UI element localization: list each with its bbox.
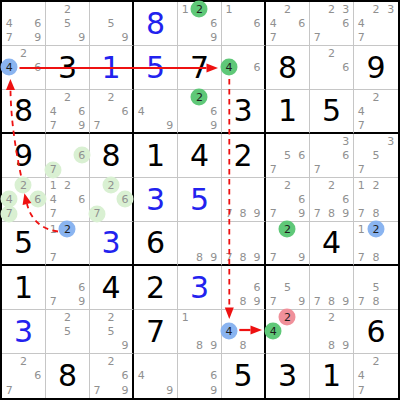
cell-r3c6[interactable]: 3 — [222, 90, 266, 134]
candidate-5-r7c9[interactable]: 5 — [369, 280, 384, 294]
cell-r9c2[interactable]: 8 — [46, 354, 90, 398]
candidate-1-r8c5[interactable]: 1 — [178, 310, 192, 324]
candidate-5-r1c2[interactable]: 5 — [60, 16, 74, 30]
candidates-r5c9: 1278 — [354, 178, 398, 221]
candidate-9-r9c5[interactable]: 9 — [207, 383, 221, 398]
candidate-7-r3c2[interactable]: 7 — [46, 118, 60, 132]
candidate-9-r3c4[interactable]: 9 — [163, 118, 177, 132]
candidate-6-r2c1[interactable]: 6 — [31, 60, 45, 74]
candidate-2-r9c9[interactable]: 2 — [369, 354, 384, 369]
cell-r3c4[interactable]: 49 — [134, 90, 178, 134]
candidates-r1c8: 2367 — [310, 2, 353, 45]
cell-r4c9[interactable]: 357 — [354, 134, 398, 178]
candidate-9-r8c3[interactable]: 9 — [118, 339, 132, 353]
cell-r8c7[interactable]: 24 — [266, 310, 310, 354]
cell-r8c3[interactable]: 259 — [90, 310, 134, 354]
candidates-r6c9: 1278 — [354, 222, 398, 264]
cell-r3c3[interactable]: 267 — [90, 90, 134, 134]
candidate-7-r5c6[interactable]: 7 — [222, 207, 236, 221]
candidate-2-r5c7[interactable]: 2 — [280, 178, 294, 192]
candidate-2-r6c2[interactable]: 2 — [60, 222, 74, 236]
candidate-8-r6c9[interactable]: 8 — [369, 250, 384, 264]
candidate-6-r4c8[interactable]: 6 — [339, 148, 353, 162]
candidate-digit: 2 — [108, 92, 115, 103]
candidate-8-r5c6[interactable]: 8 — [236, 207, 250, 221]
candidate-2-r3c3[interactable]: 2 — [104, 90, 118, 104]
candidate-2-r8c3[interactable]: 2 — [104, 310, 118, 324]
cell-r1c5[interactable]: 1269 — [178, 2, 222, 46]
candidate-9-r9c4[interactable]: 9 — [163, 383, 177, 398]
candidate-4-r1c1[interactable]: 4 — [2, 16, 16, 30]
candidate-digit: 9 — [210, 385, 217, 396]
candidate-6-r2c8[interactable]: 6 — [339, 60, 353, 74]
cell-r7c6[interactable]: 689 — [222, 266, 266, 310]
candidate-digit: 4 — [270, 326, 277, 337]
candidate-digit: 9 — [210, 340, 217, 351]
cell-r1c6[interactable]: 16 — [222, 2, 266, 46]
candidate-digit: 4 — [138, 106, 145, 117]
candidate-3-r1c8[interactable]: 3 — [339, 2, 353, 16]
candidate-2-r1c7[interactable]: 2 — [280, 2, 294, 16]
candidate-2-r2c8[interactable]: 2 — [324, 46, 338, 60]
candidate-6-r4c7[interactable]: 6 — [295, 148, 309, 162]
candidate-9-r5c7[interactable]: 9 — [295, 207, 309, 221]
cell-r9c1[interactable]: 267 — [2, 354, 46, 398]
candidates-r5c1: 2467 — [2, 178, 45, 221]
candidate-6-r1c5[interactable]: 6 — [207, 16, 221, 30]
candidate-8-r5c9[interactable]: 8 — [369, 207, 384, 221]
candidate-digit: 6 — [298, 194, 305, 205]
candidate-4-r2c1[interactable]: 4 — [2, 60, 16, 74]
cell-r2c7[interactable]: 8 — [266, 46, 310, 90]
cell-r8c9[interactable]: 6 — [354, 310, 398, 354]
cell-r6c2[interactable]: 127 — [46, 222, 90, 266]
candidate-4-r5c1[interactable]: 4 — [2, 192, 16, 206]
cell-r3c8[interactable]: 5 — [310, 90, 354, 134]
cell-r9c5[interactable]: 69 — [178, 354, 222, 398]
candidate-digit: 2 — [284, 4, 291, 15]
candidate-2-r8c8[interactable]: 2 — [324, 310, 338, 324]
candidate-2-r5c8[interactable]: 2 — [324, 178, 338, 192]
candidate-digit: 4 — [6, 18, 13, 29]
candidate-9-r7c2[interactable]: 9 — [75, 295, 89, 309]
cell-r7c3[interactable]: 4 — [90, 266, 134, 310]
candidate-8-r8c5[interactable]: 8 — [192, 339, 206, 353]
candidate-7-r5c3[interactable]: 7 — [90, 207, 104, 221]
candidate-7-r1c9[interactable]: 7 — [354, 31, 369, 45]
cell-r5c8[interactable]: 26789 — [310, 178, 354, 222]
candidate-7-r5c8[interactable]: 7 — [310, 207, 324, 221]
cell-r6c7[interactable]: 279 — [266, 222, 310, 266]
candidates-r3c2: 24679 — [46, 90, 89, 132]
given-digit-r9c8: 1 — [322, 361, 341, 391]
candidates-r4c9: 357 — [354, 134, 398, 177]
candidate-2-r8c2[interactable]: 2 — [60, 310, 74, 324]
candidate-1-r6c9[interactable]: 1 — [354, 222, 369, 236]
candidate-7-r1c7[interactable]: 7 — [266, 31, 280, 45]
candidate-7-r6c2[interactable]: 7 — [46, 250, 60, 264]
candidate-4-r1c9[interactable]: 4 — [354, 16, 369, 30]
candidate-4-r1c7[interactable]: 4 — [266, 16, 280, 30]
candidate-digit: 8 — [240, 340, 247, 351]
candidate-digit: 7 — [50, 164, 57, 175]
candidate-2-r1c2[interactable]: 2 — [60, 2, 74, 16]
candidate-7-r5c9[interactable]: 7 — [354, 207, 369, 221]
candidate-digit: 8 — [196, 340, 203, 351]
candidate-digit: 6 — [122, 194, 129, 205]
candidate-2-r3c2[interactable]: 2 — [60, 90, 74, 104]
candidate-7-r7c8[interactable]: 7 — [310, 295, 324, 309]
candidate-5-r8c3[interactable]: 5 — [104, 324, 118, 338]
candidate-6-r1c8[interactable]: 6 — [339, 16, 353, 30]
candidate-6-r5c2[interactable]: 6 — [75, 192, 89, 206]
cell-r7c2[interactable]: 679 — [46, 266, 90, 310]
candidate-6-r9c5[interactable]: 6 — [207, 369, 221, 384]
candidates-r1c1: 4679 — [2, 2, 45, 45]
candidate-digit: 1 — [358, 224, 365, 235]
candidate-digit: 6 — [122, 106, 129, 117]
candidate-digit: 9 — [298, 296, 305, 307]
cell-r5c4[interactable]: 3 — [134, 178, 178, 222]
candidate-7-r6c6[interactable]: 7 — [222, 250, 236, 264]
cell-r6c5[interactable]: 89 — [178, 222, 222, 266]
cell-r7c7[interactable]: 579 — [266, 266, 310, 310]
cell-r6c4[interactable]: 6 — [134, 222, 178, 266]
cell-r9c4[interactable]: 49 — [134, 354, 178, 398]
candidate-2-r5c3[interactable]: 2 — [104, 178, 118, 192]
entered-digit-r5c4: 3 — [146, 185, 165, 215]
candidate-7-r1c1[interactable]: 7 — [2, 31, 16, 45]
candidates-r8c2: 25 — [46, 310, 89, 353]
candidate-6-r3c5[interactable]: 6 — [207, 104, 221, 118]
candidate-8-r7c9[interactable]: 8 — [369, 295, 384, 309]
cell-r1c7[interactable]: 2467 — [266, 2, 310, 46]
candidate-4-r9c4[interactable]: 4 — [134, 369, 148, 384]
candidate-7-r4c7[interactable]: 7 — [266, 163, 280, 177]
candidate-digit: 9 — [210, 32, 217, 43]
cell-r5c7[interactable]: 2679 — [266, 178, 310, 222]
candidate-8-r8c6[interactable]: 8 — [236, 339, 250, 353]
candidate-digit: 7 — [50, 120, 57, 131]
cell-r2c8[interactable]: 26 — [310, 46, 354, 90]
candidates-r3c4: 49 — [134, 90, 177, 132]
given-digit-r4c3: 8 — [101, 141, 120, 171]
cell-r6c9[interactable]: 1278 — [354, 222, 398, 266]
cell-r3c9[interactable]: 247 — [354, 90, 398, 134]
candidate-3-r4c9[interactable]: 3 — [383, 134, 398, 148]
candidate-1-r1c6[interactable]: 1 — [222, 2, 236, 16]
candidate-digit: 7 — [314, 208, 321, 219]
candidate-9-r1c5[interactable]: 9 — [207, 31, 221, 45]
cell-r2c3[interactable]: 1 — [90, 46, 134, 90]
candidate-5-r1c3[interactable]: 5 — [104, 16, 118, 30]
candidate-7-r7c2[interactable]: 7 — [46, 295, 60, 309]
cell-r9c8[interactable]: 1 — [310, 354, 354, 398]
candidate-digit: 7 — [94, 385, 101, 396]
cell-r6c1[interactable]: 5 — [2, 222, 46, 266]
cell-r8c8[interactable]: 289 — [310, 310, 354, 354]
cell-r8c2[interactable]: 25 — [46, 310, 90, 354]
cell-r5c3[interactable]: 267 — [90, 178, 134, 222]
candidate-7-r3c3[interactable]: 7 — [90, 118, 104, 132]
cell-r4c3[interactable]: 8 — [90, 134, 134, 178]
candidate-4-r3c4[interactable]: 4 — [134, 104, 148, 118]
candidate-7-r6c9[interactable]: 7 — [354, 250, 369, 264]
candidate-digit: 8 — [372, 252, 379, 263]
candidate-3-r4c8[interactable]: 3 — [339, 134, 353, 148]
cell-r6c3[interactable]: 3 — [90, 222, 134, 266]
given-digit-r3c8: 5 — [322, 96, 341, 126]
candidate-6-r9c3[interactable]: 6 — [118, 369, 132, 384]
candidate-4-r8c6[interactable]: 4 — [222, 324, 236, 338]
candidate-7-r4c9[interactable]: 7 — [354, 163, 369, 177]
candidate-1-r5c9[interactable]: 1 — [354, 178, 369, 192]
candidate-digit: 8 — [328, 296, 335, 307]
candidate-8-r8c8[interactable]: 8 — [324, 339, 338, 353]
candidate-9-r5c8[interactable]: 9 — [339, 207, 353, 221]
candidate-digit: 2 — [196, 92, 203, 103]
candidate-digit: 2 — [64, 92, 71, 103]
candidate-9-r5c6[interactable]: 9 — [250, 207, 264, 221]
candidate-digit: 1 — [358, 180, 365, 191]
candidate-digit: 7 — [6, 385, 13, 396]
candidate-digit: 7 — [50, 252, 57, 263]
candidate-2-r8c7[interactable]: 2 — [280, 310, 294, 324]
candidate-2-r3c9[interactable]: 2 — [369, 90, 384, 104]
cell-r2c9[interactable]: 9 — [354, 46, 398, 90]
candidate-6-r1c6[interactable]: 6 — [250, 16, 264, 30]
candidate-9-r8c8[interactable]: 9 — [339, 339, 353, 353]
candidate-7-r5c7[interactable]: 7 — [266, 207, 280, 221]
cell-r2c5[interactable]: 7 — [178, 46, 222, 90]
candidate-digit: 7 — [358, 164, 365, 175]
cell-r9c9[interactable]: 247 — [354, 354, 398, 398]
cell-r6c8[interactable]: 4 — [310, 222, 354, 266]
candidate-9-r1c2[interactable]: 9 — [75, 31, 89, 45]
candidate-5-r7c7[interactable]: 5 — [280, 280, 294, 294]
cell-r5c2[interactable]: 12467 — [46, 178, 90, 222]
cell-r1c2[interactable]: 259 — [46, 2, 90, 46]
candidate-2-r1c8[interactable]: 2 — [324, 2, 338, 16]
candidates-r1c6: 16 — [222, 2, 264, 45]
cell-r3c5[interactable]: 269 — [178, 90, 222, 134]
cell-r8c4[interactable]: 7 — [134, 310, 178, 354]
candidate-6-r7c2[interactable]: 6 — [75, 280, 89, 294]
cell-r4c1[interactable]: 9 — [2, 134, 46, 178]
candidate-7-r4c8[interactable]: 7 — [310, 163, 324, 177]
candidate-2-r5c2[interactable]: 2 — [60, 178, 74, 192]
cell-r1c3[interactable]: 59 — [90, 2, 134, 46]
cell-r3c2[interactable]: 24679 — [46, 90, 90, 134]
candidate-digit: 1 — [182, 4, 189, 15]
candidate-digit: 3 — [342, 4, 349, 15]
candidate-6-r5c7[interactable]: 6 — [295, 192, 309, 206]
candidate-6-r9c1[interactable]: 6 — [31, 369, 45, 384]
candidate-8-r6c6[interactable]: 8 — [236, 250, 250, 264]
candidate-8-r7c8[interactable]: 8 — [324, 295, 338, 309]
candidate-2-r5c9[interactable]: 2 — [369, 178, 384, 192]
candidate-7-r4c2[interactable]: 7 — [46, 163, 60, 177]
candidate-digit: 2 — [64, 180, 71, 191]
cell-r1c8[interactable]: 2367 — [310, 2, 354, 46]
candidate-4-r8c7[interactable]: 4 — [266, 324, 280, 338]
cell-r3c1[interactable]: 8 — [2, 90, 46, 134]
candidate-9-r7c7[interactable]: 9 — [295, 295, 309, 309]
candidate-digit: 7 — [314, 296, 321, 307]
cell-r8c1[interactable]: 3 — [2, 310, 46, 354]
candidate-7-r7c9[interactable]: 7 — [354, 295, 369, 309]
candidate-2-r6c7[interactable]: 2 — [280, 222, 294, 236]
candidate-7-r1c8[interactable]: 7 — [310, 31, 324, 45]
candidates-r1c7: 2467 — [266, 2, 309, 45]
cell-r4c8[interactable]: 367 — [310, 134, 354, 178]
cell-r2c2[interactable]: 3 — [46, 46, 90, 90]
cell-r4c7[interactable]: 567 — [266, 134, 310, 178]
candidate-digit: 5 — [64, 326, 71, 337]
candidate-9-r3c5[interactable]: 9 — [207, 118, 221, 132]
cell-r4c6[interactable]: 2 — [222, 134, 266, 178]
candidate-8-r5c8[interactable]: 8 — [324, 207, 338, 221]
candidate-4-r9c9[interactable]: 4 — [354, 369, 369, 384]
candidate-2-r5c1[interactable]: 2 — [16, 178, 30, 192]
candidate-4-r3c2[interactable]: 4 — [46, 104, 60, 118]
candidate-2-r1c9[interactable]: 2 — [369, 2, 384, 16]
candidates-r2c8: 26 — [310, 46, 353, 89]
cell-r2c6[interactable]: 46 — [222, 46, 266, 90]
candidates-r6c6: 789 — [222, 222, 264, 264]
entered-digit-r2c4: 5 — [146, 53, 165, 83]
candidate-digit: 2 — [284, 224, 291, 235]
candidates-r1c5: 1269 — [178, 2, 221, 45]
candidate-9-r6c6[interactable]: 9 — [250, 250, 264, 264]
cell-r7c4[interactable]: 2 — [134, 266, 178, 310]
candidate-7-r3c9[interactable]: 7 — [354, 118, 369, 132]
candidate-2-r9c1[interactable]: 2 — [16, 354, 30, 369]
candidate-8-r6c5[interactable]: 8 — [192, 250, 206, 264]
cell-r2c1[interactable]: 246 — [2, 46, 46, 90]
candidate-6-r5c3[interactable]: 6 — [118, 192, 132, 206]
candidates-r7c8: 789 — [310, 266, 353, 309]
candidate-7-r9c9[interactable]: 7 — [354, 383, 369, 398]
cell-r1c9[interactable]: 2347 — [354, 2, 398, 46]
cell-r9c6[interactable]: 5 — [222, 354, 266, 398]
cell-r9c3[interactable]: 2679 — [90, 354, 134, 398]
candidate-7-r7c7[interactable]: 7 — [266, 295, 280, 309]
cell-r5c5[interactable]: 5 — [178, 178, 222, 222]
candidate-6-r5c1[interactable]: 6 — [31, 192, 45, 206]
candidate-6-r1c7[interactable]: 6 — [295, 16, 309, 30]
cell-r3c7[interactable]: 1 — [266, 90, 310, 134]
candidate-digit: 6 — [298, 150, 305, 161]
candidate-2-r9c3[interactable]: 2 — [104, 354, 118, 369]
candidate-digit: 1 — [50, 224, 57, 235]
candidate-digit: 2 — [20, 48, 27, 59]
candidate-9-r3c2[interactable]: 9 — [75, 118, 89, 132]
cell-r4c2[interactable]: 67 — [46, 134, 90, 178]
candidate-2-r2c1[interactable]: 2 — [16, 46, 30, 60]
candidate-2-r1c5[interactable]: 2 — [192, 2, 206, 16]
cell-r7c8[interactable]: 789 — [310, 266, 354, 310]
candidate-6-r3c3[interactable]: 6 — [118, 104, 132, 118]
candidate-digit: 7 — [6, 208, 13, 219]
cell-r8c6[interactable]: 48 — [222, 310, 266, 354]
candidate-8-r7c6[interactable]: 8 — [236, 295, 250, 309]
candidate-6-r3c2[interactable]: 6 — [75, 104, 89, 118]
candidate-3-r1c9[interactable]: 3 — [383, 2, 398, 16]
candidate-4-r3c9[interactable]: 4 — [354, 104, 369, 118]
candidate-4-r2c6[interactable]: 4 — [222, 60, 236, 74]
candidate-digit: 9 — [166, 120, 173, 131]
cell-r8c5[interactable]: 189 — [178, 310, 222, 354]
candidate-digit: 9 — [122, 385, 129, 396]
candidate-9-r6c7[interactable]: 9 — [295, 250, 309, 264]
cell-r7c5[interactable]: 3 — [178, 266, 222, 310]
candidate-6-r4c2[interactable]: 6 — [75, 148, 89, 162]
candidate-9-r1c3[interactable]: 9 — [118, 31, 132, 45]
cell-r2c4[interactable]: 5 — [134, 46, 178, 90]
candidate-6-r1c1[interactable]: 6 — [31, 16, 45, 30]
candidate-5-r4c7[interactable]: 5 — [280, 148, 294, 162]
given-digit-r2c9: 9 — [366, 53, 385, 83]
cell-r4c5[interactable]: 4 — [178, 134, 222, 178]
candidate-digit: 9 — [254, 208, 261, 219]
cell-r1c4[interactable]: 8 — [134, 2, 178, 46]
cell-r7c9[interactable]: 578 — [354, 266, 398, 310]
candidate-9-r8c5[interactable]: 9 — [207, 339, 221, 353]
candidate-digit: 5 — [284, 150, 291, 161]
candidate-5-r8c2[interactable]: 5 — [60, 324, 74, 338]
candidate-6-r7c6[interactable]: 6 — [250, 280, 264, 294]
given-digit-r3c7: 1 — [278, 96, 297, 126]
candidate-digit: 6 — [78, 106, 85, 117]
candidate-7-r9c1[interactable]: 7 — [2, 383, 16, 398]
candidate-9-r7c8[interactable]: 9 — [339, 295, 353, 309]
candidate-9-r7c6[interactable]: 9 — [250, 295, 264, 309]
candidate-7-r6c7[interactable]: 7 — [266, 250, 280, 264]
cell-r4c4[interactable]: 1 — [134, 134, 178, 178]
candidate-digit: 9 — [342, 208, 349, 219]
candidate-digit: 4 — [226, 326, 233, 337]
candidate-9-r6c5[interactable]: 9 — [207, 250, 221, 264]
cell-r7c1[interactable]: 1 — [2, 266, 46, 310]
candidate-5-r4c9[interactable]: 5 — [369, 148, 384, 162]
candidate-9-r1c1[interactable]: 9 — [31, 31, 45, 45]
cell-r5c9[interactable]: 1278 — [354, 178, 398, 222]
candidates-r3c3: 267 — [90, 90, 132, 132]
candidate-6-r2c6[interactable]: 6 — [250, 60, 264, 74]
candidate-2-r6c9[interactable]: 2 — [369, 222, 384, 236]
given-digit-r6c8: 4 — [322, 228, 341, 258]
cell-r5c1[interactable]: 2467 — [2, 178, 46, 222]
candidate-7-r9c3[interactable]: 7 — [90, 383, 104, 398]
candidate-digit: 7 — [270, 32, 277, 43]
cell-r9c7[interactable]: 3 — [266, 354, 310, 398]
candidate-2-r3c5[interactable]: 2 — [192, 90, 206, 104]
candidate-digit: 1 — [50, 180, 57, 191]
candidate-4-r5c2[interactable]: 4 — [46, 192, 60, 206]
candidate-1-r5c2[interactable]: 1 — [46, 178, 60, 192]
given-digit-r9c6: 5 — [233, 361, 252, 391]
candidate-9-r9c3[interactable]: 9 — [118, 383, 132, 398]
candidate-digit: 3 — [387, 4, 394, 15]
candidate-7-r5c2[interactable]: 7 — [46, 207, 60, 221]
candidate-7-r5c1[interactable]: 7 — [2, 207, 16, 221]
candidate-digit: 1 — [226, 4, 233, 15]
cell-r5c6[interactable]: 789 — [222, 178, 266, 222]
cell-r1c1[interactable]: 4679 — [2, 2, 46, 46]
cell-r6c6[interactable]: 789 — [222, 222, 266, 266]
candidate-6-r5c8[interactable]: 6 — [339, 192, 353, 206]
